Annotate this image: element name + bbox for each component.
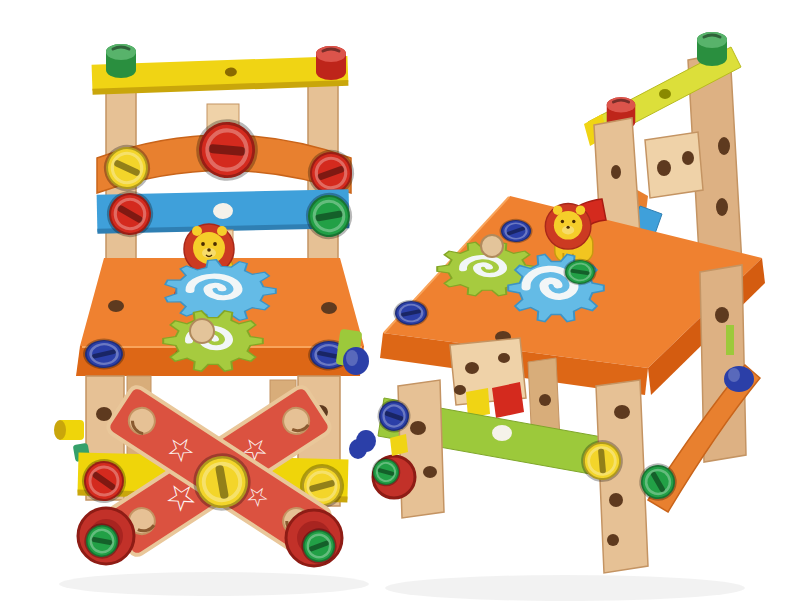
green-gear-knob-right xyxy=(481,235,503,257)
lion-eye-left xyxy=(201,242,205,246)
brace-cap-navy xyxy=(724,366,754,392)
yellow-peg xyxy=(54,420,84,440)
lion-nose xyxy=(207,248,211,252)
toy-chairs-illustration: ☆ ☆ ☆ ☆ xyxy=(0,0,800,610)
green-slat-hole xyxy=(492,425,512,441)
post-hole xyxy=(718,137,730,155)
leg-hole xyxy=(607,534,619,546)
green-sliver xyxy=(726,325,734,355)
green-slat-screw-yellow xyxy=(581,440,622,481)
post-hole xyxy=(611,165,621,179)
leg-hole xyxy=(609,493,623,507)
wheel-left xyxy=(78,508,134,564)
green-cap-nut xyxy=(106,44,136,78)
green-cap-nut-right-chair xyxy=(697,32,727,66)
underseat-red-piece xyxy=(492,382,524,418)
navy-peg xyxy=(343,347,369,375)
navy-peg-right-chair xyxy=(356,430,376,452)
leg-hole xyxy=(614,405,630,419)
block-hole xyxy=(657,160,671,176)
block-hole xyxy=(465,362,479,374)
product-photo: Two views of a colorful wooden nuts-and-… xyxy=(0,0,800,610)
block-hole xyxy=(454,385,466,395)
leg-hole xyxy=(410,421,426,435)
lion-eye-right xyxy=(572,220,575,223)
leg-hole xyxy=(539,394,551,406)
lion-eye-right xyxy=(213,242,217,246)
right-chair-wheel xyxy=(370,456,415,498)
lion-ear-right xyxy=(217,226,227,236)
block-hole xyxy=(498,353,510,363)
leg-hole xyxy=(715,307,729,323)
lion-eye-left xyxy=(561,220,564,223)
lion-ear-right xyxy=(576,205,586,215)
lion-nose xyxy=(566,226,569,229)
post-hole xyxy=(716,198,728,216)
arch-screw-red-center xyxy=(197,120,258,181)
block-hole xyxy=(682,151,694,165)
floor-shadow-left xyxy=(59,572,369,596)
seat-hole-right xyxy=(321,302,337,314)
top-bar-hole xyxy=(659,89,671,99)
left-chair: ☆ ☆ ☆ ☆ xyxy=(54,44,369,567)
red-cap-nut xyxy=(316,46,346,80)
seat-hole-left xyxy=(108,300,124,312)
wheel-right xyxy=(286,510,342,567)
green-gear-knob xyxy=(190,319,214,343)
drilled-block xyxy=(645,132,703,198)
right-chair xyxy=(356,32,765,573)
leg-hole xyxy=(96,407,112,421)
lion-face xyxy=(554,211,583,240)
leg-hole xyxy=(423,466,437,478)
floor-shadow-right xyxy=(385,575,745,601)
